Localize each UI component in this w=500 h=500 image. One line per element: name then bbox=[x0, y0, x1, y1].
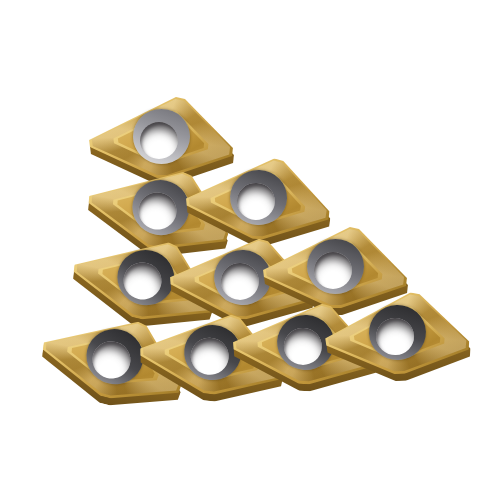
product-photo bbox=[0, 0, 500, 500]
insert-center-hole bbox=[314, 252, 352, 289]
insert-center-hole bbox=[140, 122, 178, 159]
carbide-insert-10 bbox=[322, 289, 473, 378]
